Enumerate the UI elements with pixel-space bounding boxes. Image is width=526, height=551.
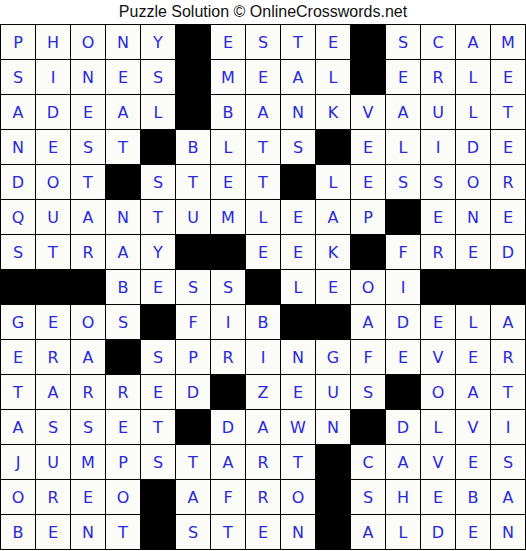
- letter-cell-r11c2: A: [36, 375, 70, 409]
- letter-cell-r3c9: N: [281, 95, 315, 129]
- letter-cell-r7c14: E: [456, 235, 490, 269]
- letter-cell-r10c9: N: [281, 340, 315, 374]
- letter-cell-r14c8: R: [246, 480, 280, 514]
- letter-cell-r5c5: S: [141, 165, 175, 199]
- letter-cell-r8c12: I: [386, 270, 420, 304]
- black-cell: [456, 270, 490, 304]
- letter-cell-r7c15: D: [491, 235, 525, 269]
- letter-cell-r14c3: E: [71, 480, 105, 514]
- letter-cell-r15c3: N: [71, 515, 105, 549]
- letter-cell-r5c7: E: [211, 165, 245, 199]
- letter-cell-r2c3: N: [71, 60, 105, 94]
- letter-cell-r6c7: M: [211, 200, 245, 234]
- letter-cell-r11c5: E: [141, 375, 175, 409]
- letter-cell-r1c13: C: [421, 25, 455, 59]
- letter-cell-r4c1: N: [1, 130, 35, 164]
- letter-cell-r15c9: N: [281, 515, 315, 549]
- letter-cell-r2c2: I: [36, 60, 70, 94]
- black-cell: [176, 95, 210, 129]
- letter-cell-r1c8: S: [246, 25, 280, 59]
- letter-cell-r2c15: E: [491, 60, 525, 94]
- letter-cell-r6c11: P: [351, 200, 385, 234]
- letter-cell-r13c2: U: [36, 445, 70, 479]
- letter-cell-r14c6: A: [176, 480, 210, 514]
- letter-cell-r14c14: B: [456, 480, 490, 514]
- page: Puzzle Solution © OnlineCrosswords.net P…: [0, 0, 526, 551]
- letter-cell-r3c13: U: [421, 95, 455, 129]
- letter-cell-r8c5: E: [141, 270, 175, 304]
- letter-cell-r9c12: D: [386, 305, 420, 339]
- letter-cell-r5c15: R: [491, 165, 525, 199]
- letter-cell-r3c11: V: [351, 95, 385, 129]
- letter-cell-r9c6: F: [176, 305, 210, 339]
- black-cell: [36, 270, 70, 304]
- letter-cell-r7c1: S: [1, 235, 35, 269]
- letter-cell-r13c15: S: [491, 445, 525, 479]
- black-cell: [316, 480, 350, 514]
- black-cell: [141, 480, 175, 514]
- letter-cell-r10c12: E: [386, 340, 420, 374]
- letter-cell-r6c14: N: [456, 200, 490, 234]
- letter-cell-r12c9: W: [281, 410, 315, 444]
- letter-cell-r6c1: Q: [1, 200, 35, 234]
- letter-cell-r5c6: T: [176, 165, 210, 199]
- letter-cell-r13c11: C: [351, 445, 385, 479]
- letter-cell-r1c12: S: [386, 25, 420, 59]
- letter-cell-r7c2: T: [36, 235, 70, 269]
- letter-cell-r3c2: D: [36, 95, 70, 129]
- letter-cell-r7c9: E: [281, 235, 315, 269]
- letter-cell-r1c1: P: [1, 25, 35, 59]
- letter-cell-r13c1: J: [1, 445, 35, 479]
- letter-cell-r13c3: M: [71, 445, 105, 479]
- letter-cell-r12c8: A: [246, 410, 280, 444]
- letter-cell-r15c6: S: [176, 515, 210, 549]
- black-cell: [351, 410, 385, 444]
- letter-cell-r13c9: T: [281, 445, 315, 479]
- letter-cell-r12c10: N: [316, 410, 350, 444]
- black-cell: [106, 340, 140, 374]
- black-cell: [141, 305, 175, 339]
- letter-cell-r4c12: L: [386, 130, 420, 164]
- letter-cell-r14c7: F: [211, 480, 245, 514]
- letter-cell-r10c5: S: [141, 340, 175, 374]
- letter-cell-r6c3: A: [71, 200, 105, 234]
- letter-cell-r1c14: A: [456, 25, 490, 59]
- letter-cell-r9c15: A: [491, 305, 525, 339]
- letter-cell-r3c8: A: [246, 95, 280, 129]
- letter-cell-r14c15: A: [491, 480, 525, 514]
- letter-cell-r14c2: R: [36, 480, 70, 514]
- letter-cell-r9c1: G: [1, 305, 35, 339]
- letter-cell-r10c3: A: [71, 340, 105, 374]
- black-cell: [421, 270, 455, 304]
- black-cell: [211, 375, 245, 409]
- letter-cell-r2c7: M: [211, 60, 245, 94]
- black-cell: [106, 165, 140, 199]
- letter-cell-r3c10: K: [316, 95, 350, 129]
- letter-cell-r2c13: R: [421, 60, 455, 94]
- letter-cell-r10c11: F: [351, 340, 385, 374]
- letter-cell-r15c1: B: [1, 515, 35, 549]
- letter-cell-r1c3: O: [71, 25, 105, 59]
- letter-cell-r12c1: A: [1, 410, 35, 444]
- letter-cell-r2c8: E: [246, 60, 280, 94]
- letter-cell-r9c4: S: [106, 305, 140, 339]
- black-cell: [141, 515, 175, 549]
- letter-cell-r5c14: O: [456, 165, 490, 199]
- letter-cell-r4c11: E: [351, 130, 385, 164]
- letter-cell-r2c12: E: [386, 60, 420, 94]
- letter-cell-r9c7: I: [211, 305, 245, 339]
- black-cell: [1, 270, 35, 304]
- black-cell: [351, 60, 385, 94]
- letter-cell-r5c2: O: [36, 165, 70, 199]
- letter-cell-r15c4: T: [106, 515, 140, 549]
- letter-cell-r13c14: E: [456, 445, 490, 479]
- letter-cell-r12c4: E: [106, 410, 140, 444]
- letter-cell-r13c12: A: [386, 445, 420, 479]
- letter-cell-r11c6: D: [176, 375, 210, 409]
- letter-cell-r9c8: B: [246, 305, 280, 339]
- letter-cell-r15c13: D: [421, 515, 455, 549]
- letter-cell-r12c15: I: [491, 410, 525, 444]
- letter-cell-r6c6: U: [176, 200, 210, 234]
- letter-cell-r7c3: R: [71, 235, 105, 269]
- letter-cell-r11c13: O: [421, 375, 455, 409]
- letter-cell-r10c14: E: [456, 340, 490, 374]
- letter-cell-r15c11: A: [351, 515, 385, 549]
- letter-cell-r1c4: N: [106, 25, 140, 59]
- black-cell: [211, 235, 245, 269]
- letter-cell-r4c13: I: [421, 130, 455, 164]
- letter-cell-r11c8: Z: [246, 375, 280, 409]
- letter-cell-r6c15: E: [491, 200, 525, 234]
- letter-cell-r14c11: S: [351, 480, 385, 514]
- letter-cell-r1c5: Y: [141, 25, 175, 59]
- black-cell: [176, 60, 210, 94]
- letter-cell-r7c4: A: [106, 235, 140, 269]
- letter-cell-r15c15: N: [491, 515, 525, 549]
- letter-cell-r8c6: S: [176, 270, 210, 304]
- letter-cell-r7c10: K: [316, 235, 350, 269]
- letter-cell-r2c10: L: [316, 60, 350, 94]
- letter-cell-r7c8: E: [246, 235, 280, 269]
- letter-cell-r11c15: T: [491, 375, 525, 409]
- letter-cell-r4c3: S: [71, 130, 105, 164]
- letter-cell-r8c11: O: [351, 270, 385, 304]
- black-cell: [351, 235, 385, 269]
- letter-cell-r13c6: T: [176, 445, 210, 479]
- black-cell: [491, 270, 525, 304]
- letter-cell-r7c5: Y: [141, 235, 175, 269]
- letter-cell-r12c14: V: [456, 410, 490, 444]
- letter-cell-r11c14: A: [456, 375, 490, 409]
- letter-cell-r4c7: L: [211, 130, 245, 164]
- letter-cell-r4c6: B: [176, 130, 210, 164]
- letter-cell-r5c11: E: [351, 165, 385, 199]
- letter-cell-r2c4: E: [106, 60, 140, 94]
- letter-cell-r12c3: S: [71, 410, 105, 444]
- letter-cell-r3c15: T: [491, 95, 525, 129]
- letter-cell-r5c13: S: [421, 165, 455, 199]
- letter-cell-r3c4: A: [106, 95, 140, 129]
- letter-cell-r11c10: U: [316, 375, 350, 409]
- letter-cell-r14c4: O: [106, 480, 140, 514]
- letter-cell-r11c9: E: [281, 375, 315, 409]
- letter-cell-r6c10: A: [316, 200, 350, 234]
- letter-cell-r10c6: P: [176, 340, 210, 374]
- black-cell: [386, 375, 420, 409]
- letter-cell-r2c14: L: [456, 60, 490, 94]
- letter-cell-r12c7: D: [211, 410, 245, 444]
- letter-cell-r12c12: D: [386, 410, 420, 444]
- letter-cell-r5c12: S: [386, 165, 420, 199]
- crossword-grid: PHONYESTESCAMSINESMEALERLEADEALBANKVAULT…: [0, 24, 526, 550]
- black-cell: [71, 270, 105, 304]
- black-cell: [316, 445, 350, 479]
- letter-cell-r11c4: R: [106, 375, 140, 409]
- letter-cell-r14c12: H: [386, 480, 420, 514]
- letter-cell-r5c10: L: [316, 165, 350, 199]
- letter-cell-r1c7: E: [211, 25, 245, 59]
- letter-cell-r5c3: T: [71, 165, 105, 199]
- letter-cell-r4c14: D: [456, 130, 490, 164]
- letter-cell-r6c8: L: [246, 200, 280, 234]
- letter-cell-r1c10: E: [316, 25, 350, 59]
- letter-cell-r3c14: L: [456, 95, 490, 129]
- letter-cell-r3c1: A: [1, 95, 35, 129]
- letter-cell-r6c9: E: [281, 200, 315, 234]
- letter-cell-r15c12: L: [386, 515, 420, 549]
- letter-cell-r10c7: R: [211, 340, 245, 374]
- black-cell: [281, 305, 315, 339]
- letter-cell-r8c10: E: [316, 270, 350, 304]
- page-title: Puzzle Solution © OnlineCrosswords.net: [0, 0, 526, 24]
- letter-cell-r6c13: E: [421, 200, 455, 234]
- letter-cell-r15c2: E: [36, 515, 70, 549]
- letter-cell-r8c7: S: [211, 270, 245, 304]
- letter-cell-r13c4: P: [106, 445, 140, 479]
- letter-cell-r3c7: B: [211, 95, 245, 129]
- letter-cell-r4c4: T: [106, 130, 140, 164]
- letter-cell-r13c8: R: [246, 445, 280, 479]
- letter-cell-r9c3: O: [71, 305, 105, 339]
- letter-cell-r12c2: S: [36, 410, 70, 444]
- black-cell: [316, 130, 350, 164]
- letter-cell-r9c11: A: [351, 305, 385, 339]
- black-cell: [316, 515, 350, 549]
- letter-cell-r14c9: O: [281, 480, 315, 514]
- letter-cell-r5c8: T: [246, 165, 280, 199]
- letter-cell-r11c11: S: [351, 375, 385, 409]
- letter-cell-r14c1: O: [1, 480, 35, 514]
- letter-cell-r13c13: V: [421, 445, 455, 479]
- letter-cell-r7c13: R: [421, 235, 455, 269]
- black-cell: [316, 305, 350, 339]
- letter-cell-r6c4: N: [106, 200, 140, 234]
- letter-cell-r10c2: R: [36, 340, 70, 374]
- black-cell: [246, 270, 280, 304]
- letter-cell-r11c3: R: [71, 375, 105, 409]
- letter-cell-r7c12: F: [386, 235, 420, 269]
- letter-cell-r1c9: T: [281, 25, 315, 59]
- letter-cell-r8c4: B: [106, 270, 140, 304]
- letter-cell-r15c7: T: [211, 515, 245, 549]
- black-cell: [386, 200, 420, 234]
- letter-cell-r6c5: T: [141, 200, 175, 234]
- letter-cell-r9c14: L: [456, 305, 490, 339]
- letter-cell-r9c13: E: [421, 305, 455, 339]
- black-cell: [176, 235, 210, 269]
- letter-cell-r10c8: I: [246, 340, 280, 374]
- black-cell: [141, 130, 175, 164]
- letter-cell-r10c1: E: [1, 340, 35, 374]
- letter-cell-r11c1: T: [1, 375, 35, 409]
- letter-cell-r1c2: H: [36, 25, 70, 59]
- letter-cell-r2c9: A: [281, 60, 315, 94]
- letter-cell-r3c3: E: [71, 95, 105, 129]
- letter-cell-r10c10: G: [316, 340, 350, 374]
- letter-cell-r15c14: E: [456, 515, 490, 549]
- letter-cell-r4c8: T: [246, 130, 280, 164]
- letter-cell-r5c1: D: [1, 165, 35, 199]
- black-cell: [176, 410, 210, 444]
- letter-cell-r2c5: S: [141, 60, 175, 94]
- letter-cell-r15c8: E: [246, 515, 280, 549]
- letter-cell-r6c2: U: [36, 200, 70, 234]
- letter-cell-r4c15: E: [491, 130, 525, 164]
- letter-cell-r13c7: A: [211, 445, 245, 479]
- letter-cell-r3c5: L: [141, 95, 175, 129]
- letter-cell-r2c1: S: [1, 60, 35, 94]
- letter-cell-r8c9: L: [281, 270, 315, 304]
- letter-cell-r1c15: M: [491, 25, 525, 59]
- letter-cell-r3c12: A: [386, 95, 420, 129]
- letter-cell-r9c2: E: [36, 305, 70, 339]
- letter-cell-r13c5: S: [141, 445, 175, 479]
- letter-cell-r12c13: L: [421, 410, 455, 444]
- black-cell: [351, 25, 385, 59]
- letter-cell-r12c5: T: [141, 410, 175, 444]
- letter-cell-r10c13: V: [421, 340, 455, 374]
- black-cell: [176, 25, 210, 59]
- letter-cell-r14c13: E: [421, 480, 455, 514]
- letter-cell-r4c9: S: [281, 130, 315, 164]
- black-cell: [281, 165, 315, 199]
- letter-cell-r10c15: R: [491, 340, 525, 374]
- letter-cell-r4c2: E: [36, 130, 70, 164]
